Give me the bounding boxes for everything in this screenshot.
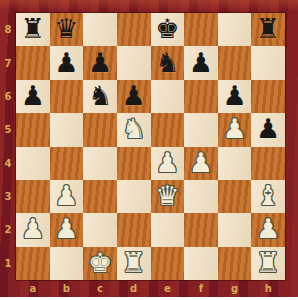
square-g8[interactable] <box>218 13 252 46</box>
square-d4[interactable] <box>117 147 151 180</box>
square-d3[interactable] <box>117 180 151 213</box>
square-d7[interactable] <box>117 46 151 79</box>
black-knight-c6[interactable]: ♞ <box>88 82 112 109</box>
square-c1[interactable]: ♚ <box>83 247 117 280</box>
black-king-e8[interactable]: ♚ <box>155 15 179 42</box>
square-f7[interactable]: ♟ <box>184 46 218 79</box>
square-e1[interactable] <box>151 247 185 280</box>
square-d2[interactable] <box>117 213 151 246</box>
black-knight-e7[interactable]: ♞ <box>155 49 179 76</box>
file-label-b: b <box>50 280 84 296</box>
square-g7[interactable] <box>218 46 252 79</box>
white-queen-e3[interactable]: ♛ <box>155 182 179 209</box>
black-queen-b8[interactable]: ♛ <box>54 15 78 42</box>
square-h4[interactable] <box>251 147 285 180</box>
square-a1[interactable] <box>16 247 50 280</box>
rank-label-5: 5 <box>0 113 16 146</box>
square-b1[interactable] <box>50 247 84 280</box>
file-label-a: a <box>16 280 50 296</box>
square-c8[interactable] <box>83 13 117 46</box>
square-a5[interactable] <box>16 113 50 146</box>
square-h3[interactable]: ♝ <box>251 180 285 213</box>
black-rook-a8[interactable]: ♜ <box>21 15 45 42</box>
square-c6[interactable]: ♞ <box>83 80 117 113</box>
white-knight-d5[interactable]: ♞ <box>122 115 146 142</box>
square-b4[interactable] <box>50 147 84 180</box>
square-d6[interactable]: ♟ <box>117 80 151 113</box>
square-a3[interactable] <box>16 180 50 213</box>
square-e8[interactable]: ♚ <box>151 13 185 46</box>
square-g2[interactable] <box>218 213 252 246</box>
white-pawn-h2[interactable]: ♟ <box>256 215 280 242</box>
black-pawn-g6[interactable]: ♟ <box>222 82 246 109</box>
square-b6[interactable] <box>50 80 84 113</box>
square-a2[interactable]: ♟ <box>16 213 50 246</box>
square-b8[interactable]: ♛ <box>50 13 84 46</box>
white-pawn-b3[interactable]: ♟ <box>54 182 78 209</box>
square-f4[interactable]: ♟ <box>184 147 218 180</box>
square-c5[interactable] <box>83 113 117 146</box>
square-g4[interactable] <box>218 147 252 180</box>
square-e3[interactable]: ♛ <box>151 180 185 213</box>
rank-label-2: 2 <box>0 213 16 246</box>
square-b2[interactable]: ♟ <box>50 213 84 246</box>
square-f1[interactable] <box>184 247 218 280</box>
square-h1[interactable]: ♜ <box>251 247 285 280</box>
rank-label-1: 1 <box>0 247 16 280</box>
square-f3[interactable] <box>184 180 218 213</box>
file-label-f: f <box>184 280 218 296</box>
white-pawn-g5[interactable]: ♟ <box>222 115 246 142</box>
file-label-c: c <box>83 280 117 296</box>
white-king-c1[interactable]: ♚ <box>88 249 112 276</box>
rank-label-3: 3 <box>0 180 16 213</box>
square-h2[interactable]: ♟ <box>251 213 285 246</box>
square-e5[interactable] <box>151 113 185 146</box>
file-label-g: g <box>218 280 252 296</box>
square-c7[interactable]: ♟ <box>83 46 117 79</box>
black-pawn-f7[interactable]: ♟ <box>189 49 213 76</box>
rank-label-6: 6 <box>0 80 16 113</box>
file-label-e: e <box>151 280 185 296</box>
square-h6[interactable] <box>251 80 285 113</box>
square-c4[interactable] <box>83 147 117 180</box>
square-g1[interactable] <box>218 247 252 280</box>
square-f6[interactable] <box>184 80 218 113</box>
white-bishop-h3[interactable]: ♝ <box>256 182 280 209</box>
square-a4[interactable] <box>16 147 50 180</box>
file-label-h: h <box>251 280 285 296</box>
black-pawn-b7[interactable]: ♟ <box>54 49 78 76</box>
square-g6[interactable]: ♟ <box>218 80 252 113</box>
square-c3[interactable] <box>83 180 117 213</box>
square-e2[interactable] <box>151 213 185 246</box>
white-pawn-b2[interactable]: ♟ <box>54 215 78 242</box>
square-c2[interactable] <box>83 213 117 246</box>
black-rook-h8[interactable]: ♜ <box>256 15 280 42</box>
square-h8[interactable]: ♜ <box>251 13 285 46</box>
square-d5[interactable]: ♞ <box>117 113 151 146</box>
square-f5[interactable] <box>184 113 218 146</box>
rank-label-4: 4 <box>0 147 16 180</box>
chess-board: ♜♛♚♜♟♟♞♟♟♞♟♟♞♟♟♟♟♟♛♝♟♟♟♚♜♜ <box>16 13 285 280</box>
rank-label-8: 8 <box>0 13 16 46</box>
square-a7[interactable] <box>16 46 50 79</box>
white-pawn-f4[interactable]: ♟ <box>189 149 213 176</box>
square-b5[interactable] <box>50 113 84 146</box>
square-d8[interactable] <box>117 13 151 46</box>
board-frame: 87654321 ♜♛♚♜♟♟♞♟♟♞♟♟♞♟♟♟♟♟♛♝♟♟♟♚♜♜ abcd… <box>0 0 298 297</box>
square-e4[interactable]: ♟ <box>151 147 185 180</box>
white-rook-h1[interactable]: ♜ <box>256 249 280 276</box>
white-rook-d1[interactable]: ♜ <box>122 249 146 276</box>
square-b3[interactable]: ♟ <box>50 180 84 213</box>
square-d1[interactable]: ♜ <box>117 247 151 280</box>
square-g5[interactable]: ♟ <box>218 113 252 146</box>
square-h5[interactable]: ♟ <box>251 113 285 146</box>
white-pawn-a2[interactable]: ♟ <box>21 215 45 242</box>
square-h7[interactable] <box>251 46 285 79</box>
square-a8[interactable]: ♜ <box>16 13 50 46</box>
rank-label-7: 7 <box>0 46 16 79</box>
square-a6[interactable]: ♟ <box>16 80 50 113</box>
square-e6[interactable] <box>151 80 185 113</box>
file-label-d: d <box>117 280 151 296</box>
chess-diagram: 87654321 ♜♛♚♜♟♟♞♟♟♞♟♟♞♟♟♟♟♟♛♝♟♟♟♚♜♜ abcd… <box>0 0 298 300</box>
square-f2[interactable] <box>184 213 218 246</box>
black-pawn-a6[interactable]: ♟ <box>21 82 45 109</box>
black-pawn-d6[interactable]: ♟ <box>122 82 146 109</box>
white-pawn-e4[interactable]: ♟ <box>155 149 179 176</box>
square-g3[interactable] <box>218 180 252 213</box>
black-pawn-c7[interactable]: ♟ <box>88 49 112 76</box>
square-b7[interactable]: ♟ <box>50 46 84 79</box>
square-f8[interactable] <box>184 13 218 46</box>
black-pawn-h5[interactable]: ♟ <box>256 115 280 142</box>
square-e7[interactable]: ♞ <box>151 46 185 79</box>
